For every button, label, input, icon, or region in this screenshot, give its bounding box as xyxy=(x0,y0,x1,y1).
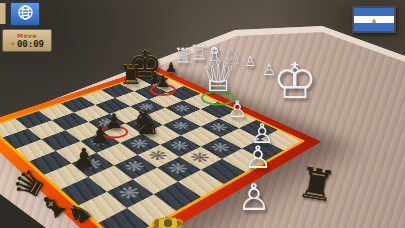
timer-label: Move xyxy=(17,33,37,39)
globe-icon xyxy=(17,4,34,24)
flag-emblem: ▲ xyxy=(372,17,377,23)
piece-white-queen[interactable]: ♕ xyxy=(199,57,237,97)
move-timer-badge: Move + 00:09 xyxy=(2,29,52,52)
piece-white-pawn[interactable]: ♙ xyxy=(244,55,257,68)
game-stage: ❋❋❋❋❋❋❋❋❋❋❋❋❋❋❋❋ ♜♚♟♟♟♞♟♟♟♖♖♗♘♕♔♙♙♙♙♙♙ ♛… xyxy=(0,0,405,228)
captured-piece-base-disc xyxy=(152,217,184,228)
piece-white-pawn[interactable]: ♙ xyxy=(244,143,272,172)
flag-stripe-middle: ▲ xyxy=(354,16,394,24)
time-increment-icon: + xyxy=(10,41,16,48)
globe-button[interactable] xyxy=(10,2,40,26)
flag-stripe-bottom xyxy=(354,23,394,31)
piece-white-king[interactable]: ♔ xyxy=(273,58,318,106)
piece-black-rook[interactable]: ♜ xyxy=(119,63,142,88)
captured-black-rook: ♜ xyxy=(295,162,339,208)
piece-white-pawn[interactable]: ♙ xyxy=(227,99,248,121)
piece-black-pawn[interactable]: ♟ xyxy=(72,146,95,171)
piece-black-pawn[interactable]: ♟ xyxy=(156,74,170,89)
edge-menu-button[interactable] xyxy=(0,3,6,24)
opponent-flag-nicaragua: ▲ xyxy=(352,6,396,33)
piece-black-knight[interactable]: ♞ xyxy=(131,106,161,138)
timer-value: 00:09 xyxy=(17,40,44,49)
piece-white-pawn[interactable]: ♙ xyxy=(237,180,270,215)
flag-stripe-top xyxy=(354,8,394,16)
